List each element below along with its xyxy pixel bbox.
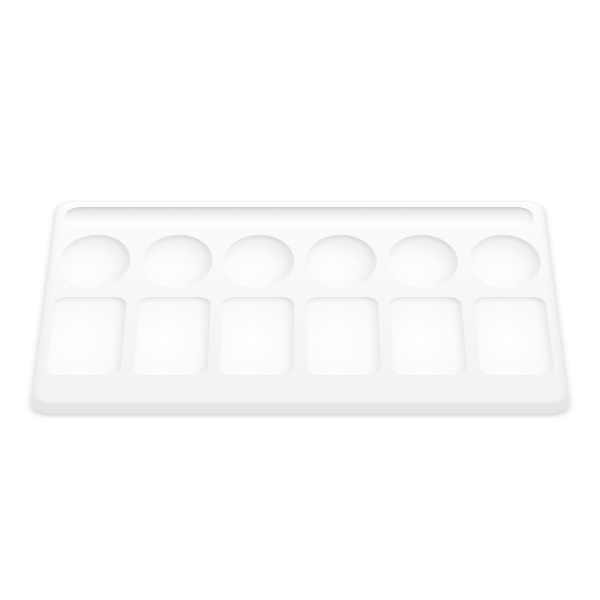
brush-trough-well [64,207,535,227]
palette-tray [31,201,569,403]
round-well-1 [56,235,132,288]
square-well-4 [306,297,381,375]
round-well-6 [467,235,543,288]
square-well-6 [473,297,555,375]
round-well-3 [223,235,295,288]
round-well-row [56,235,544,288]
round-well-2 [139,235,213,288]
square-well-5 [389,297,467,375]
product-photo [0,0,600,600]
round-well-5 [387,235,461,288]
square-well-2 [132,297,210,375]
square-well-1 [45,297,127,375]
square-well-3 [219,297,294,375]
round-well-4 [306,235,378,288]
square-well-row [45,297,555,375]
